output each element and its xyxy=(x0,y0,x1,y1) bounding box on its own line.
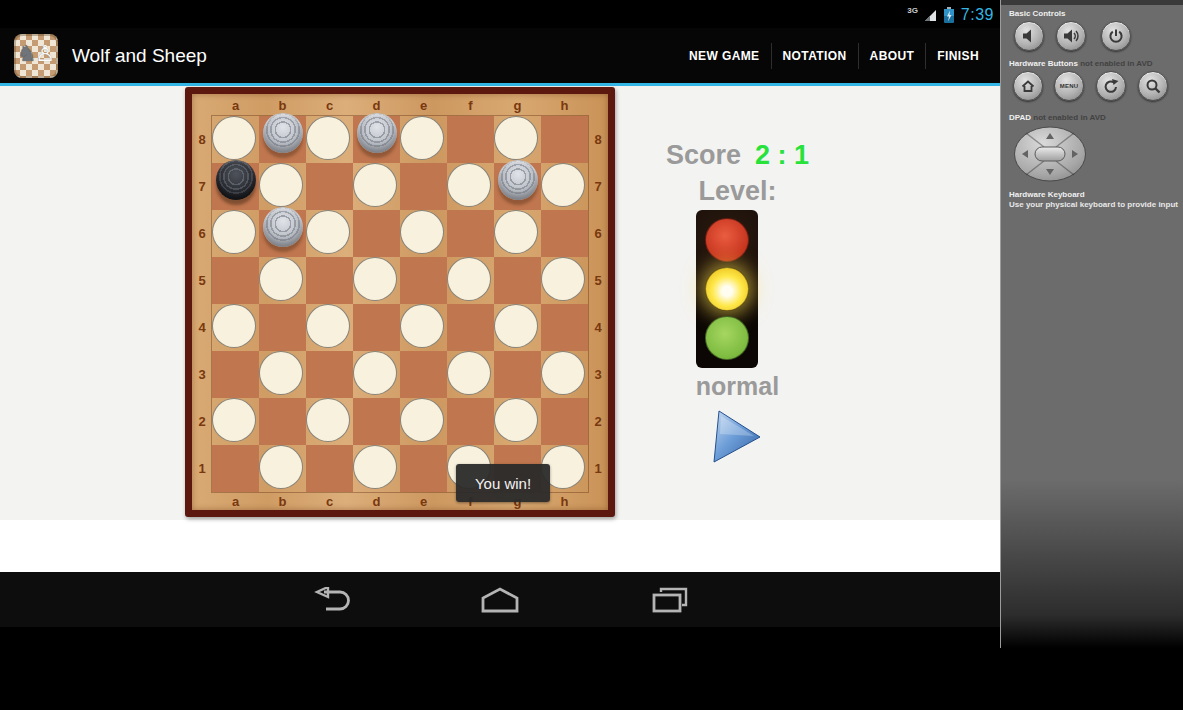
wolf-icon: ♞ xyxy=(17,41,37,67)
hardware-buttons-title: Hardware Buttons not enabled in AVD xyxy=(1009,59,1153,68)
square-f2[interactable] xyxy=(447,398,494,445)
square-f3[interactable] xyxy=(447,351,491,395)
dpad-title: DPAD not enabled in AVD xyxy=(1009,113,1106,122)
traffic-light-yellow-lit xyxy=(705,267,749,311)
rank-labels-left: 87654321 xyxy=(192,116,212,492)
sheep-piece-white[interactable] xyxy=(263,113,303,153)
dpad-note: not enabled in AVD xyxy=(1033,113,1105,122)
rank-label: 7 xyxy=(594,179,601,194)
square-d7[interactable] xyxy=(353,163,397,207)
clock: 7:39 xyxy=(961,6,994,24)
hardware-buttons-note: not enabled in AVD xyxy=(1080,59,1152,68)
toast-message: You win! xyxy=(475,475,531,492)
square-a5[interactable] xyxy=(212,257,259,304)
status-icons: 3G 7:39 xyxy=(907,4,994,26)
hardware-keyboard-note: Use your physical keyboard to provide in… xyxy=(1009,200,1179,210)
square-g2[interactable] xyxy=(494,398,538,442)
square-h7[interactable] xyxy=(541,163,585,207)
wolf-piece-black[interactable] xyxy=(216,160,256,200)
file-label: g xyxy=(494,98,541,113)
file-label: a xyxy=(212,494,259,509)
app-title: Wolf and Sheep xyxy=(72,45,207,67)
network-type-label: 3G xyxy=(907,6,918,15)
level-label: Level: xyxy=(640,176,835,207)
sheep-piece-white[interactable] xyxy=(498,160,538,200)
square-e5[interactable] xyxy=(400,257,447,304)
square-c2[interactable] xyxy=(306,398,350,442)
square-g8[interactable] xyxy=(494,116,538,160)
file-labels-top: abcdefgh xyxy=(212,94,588,116)
square-b6[interactable] xyxy=(259,210,306,257)
toast: You win! xyxy=(456,464,550,502)
square-h2[interactable] xyxy=(541,398,588,445)
rank-label: 5 xyxy=(198,273,205,288)
checkers-board[interactable]: abcdefgh 87654321 87654321 abcdefgh xyxy=(185,87,615,517)
rank-label: 2 xyxy=(594,414,601,429)
rank-label: 2 xyxy=(198,414,205,429)
file-label: e xyxy=(400,494,447,509)
square-h8[interactable] xyxy=(541,116,588,163)
rank-label: 1 xyxy=(594,461,601,476)
emu-home-icon xyxy=(1020,78,1036,94)
emu-home-button[interactable] xyxy=(1013,71,1043,101)
square-c3[interactable] xyxy=(306,351,353,398)
square-b7[interactable] xyxy=(259,163,303,207)
score-value: 2 : 1 xyxy=(755,140,809,170)
rank-label: 6 xyxy=(198,226,205,241)
rank-label: 6 xyxy=(594,226,601,241)
square-e4[interactable] xyxy=(400,304,444,348)
square-f8[interactable] xyxy=(447,116,494,163)
square-c8[interactable] xyxy=(306,116,350,160)
nav-home-button[interactable] xyxy=(465,572,535,627)
content-background-lower xyxy=(0,520,1000,572)
score-label: Score xyxy=(666,140,741,170)
square-e8[interactable] xyxy=(400,116,444,160)
rank-label: 3 xyxy=(198,367,205,382)
square-a2[interactable] xyxy=(212,398,256,442)
rank-label: 1 xyxy=(198,461,205,476)
square-e2[interactable] xyxy=(400,398,444,442)
file-label: a xyxy=(212,98,259,113)
rank-label: 7 xyxy=(198,179,205,194)
square-h3[interactable] xyxy=(541,351,585,395)
traffic-light-red xyxy=(705,218,749,262)
square-d6[interactable] xyxy=(353,210,400,257)
square-b2[interactable] xyxy=(259,398,306,445)
emulator-control-panel: Basic Controls Hardware Buttons not enab… xyxy=(1000,0,1183,648)
power-icon xyxy=(1108,28,1124,44)
volume-up-button[interactable] xyxy=(1056,21,1086,51)
rank-label: 3 xyxy=(594,367,601,382)
square-d1[interactable] xyxy=(353,445,397,489)
play-arrow-button[interactable] xyxy=(712,410,762,464)
rank-labels-right: 87654321 xyxy=(588,116,608,492)
square-d3[interactable] xyxy=(353,351,397,395)
dpad-control[interactable] xyxy=(1013,126,1087,182)
rank-label: 4 xyxy=(594,320,601,335)
rank-label: 8 xyxy=(594,132,601,147)
square-c5[interactable] xyxy=(306,257,353,304)
home-icon xyxy=(479,587,521,613)
square-b3[interactable] xyxy=(259,351,303,395)
square-a4[interactable] xyxy=(212,304,256,348)
signal-strength-icon xyxy=(924,8,937,22)
square-b1[interactable] xyxy=(259,445,303,489)
volume-down-button[interactable] xyxy=(1014,21,1044,51)
square-b8[interactable] xyxy=(259,116,306,163)
file-label: f xyxy=(447,98,494,113)
square-f5[interactable] xyxy=(447,257,491,301)
screenshot-root: 3G 7:39 ♞ ♙ Wolf and Sheep xyxy=(0,0,1183,710)
status-bar: 3G 7:39 xyxy=(0,0,1000,28)
emu-search-button[interactable] xyxy=(1138,71,1168,101)
hardware-buttons-label: Hardware Buttons xyxy=(1009,59,1078,68)
file-label: c xyxy=(306,494,353,509)
square-h6[interactable] xyxy=(541,210,588,257)
emu-search-icon xyxy=(1145,78,1161,94)
nav-recents-button[interactable] xyxy=(635,572,705,627)
emu-back-button[interactable] xyxy=(1096,71,1126,101)
recents-icon xyxy=(649,587,691,613)
square-f4[interactable] xyxy=(447,304,494,351)
file-label: e xyxy=(400,98,447,113)
sheep-piece-white[interactable] xyxy=(357,113,397,153)
hardware-keyboard-label: Hardware Keyboard xyxy=(1009,190,1085,199)
file-label: h xyxy=(541,98,588,113)
level-traffic-light[interactable] xyxy=(696,210,758,368)
volume-up-icon xyxy=(1063,28,1080,44)
action-bar-menu: NEW GAME NOTATION ABOUT FINISH xyxy=(678,28,990,83)
dpad-label: DPAD xyxy=(1009,113,1031,122)
menu-item-about[interactable]: ABOUT xyxy=(859,28,926,83)
rank-label: 5 xyxy=(594,273,601,288)
square-g3[interactable] xyxy=(494,351,541,398)
square-e1[interactable] xyxy=(400,445,447,492)
square-e6[interactable] xyxy=(400,210,444,254)
board-squares xyxy=(212,116,588,492)
file-label: b xyxy=(259,494,306,509)
nav-back-button[interactable] xyxy=(297,572,367,627)
square-b5[interactable] xyxy=(259,257,303,301)
square-e7[interactable] xyxy=(400,163,447,210)
square-g4[interactable] xyxy=(494,304,538,348)
square-a8[interactable] xyxy=(212,116,256,160)
android-screen: 3G 7:39 ♞ ♙ Wolf and Sheep xyxy=(0,0,1000,627)
file-label: d xyxy=(353,98,400,113)
app-icon: ♞ ♙ xyxy=(14,34,58,78)
square-d2[interactable] xyxy=(353,398,400,445)
square-a6[interactable] xyxy=(212,210,256,254)
file-label: c xyxy=(306,98,353,113)
square-f7[interactable] xyxy=(447,163,491,207)
navigation-bar xyxy=(0,572,1000,627)
emu-back-icon xyxy=(1103,78,1119,94)
menu-item-finish[interactable]: FINISH xyxy=(926,28,990,83)
square-h5[interactable] xyxy=(541,257,585,301)
square-a1[interactable] xyxy=(212,445,259,492)
square-c6[interactable] xyxy=(306,210,350,254)
level-name: normal xyxy=(640,372,835,401)
menu-item-notation[interactable]: NOTATION xyxy=(772,28,858,83)
square-f6[interactable] xyxy=(447,210,494,257)
back-icon xyxy=(312,587,352,613)
square-b4[interactable] xyxy=(259,304,306,351)
power-button[interactable] xyxy=(1101,21,1131,51)
square-g7[interactable] xyxy=(494,163,541,210)
square-g6[interactable] xyxy=(494,210,538,254)
square-c1[interactable] xyxy=(306,445,353,492)
square-d8[interactable] xyxy=(353,116,400,163)
rank-label: 4 xyxy=(198,320,205,335)
board-frame: abcdefgh 87654321 87654321 abcdefgh xyxy=(192,94,608,510)
emu-menu-icon: MENU xyxy=(1060,83,1078,89)
battery-charging-icon xyxy=(943,6,955,24)
file-label: b xyxy=(259,98,306,113)
rank-label: 8 xyxy=(198,132,205,147)
square-c4[interactable] xyxy=(306,304,350,348)
action-bar: ♞ ♙ Wolf and Sheep NEW GAME NOTATION ABO… xyxy=(0,28,1000,83)
square-e3[interactable] xyxy=(400,351,447,398)
file-label: d xyxy=(353,494,400,509)
square-h4[interactable] xyxy=(541,304,588,351)
volume-down-icon xyxy=(1021,28,1037,44)
sheep-icon: ♙ xyxy=(35,41,55,67)
traffic-light-green xyxy=(705,316,749,360)
score-row: Score2 : 1 xyxy=(640,140,835,171)
square-d5[interactable] xyxy=(353,257,397,301)
basic-controls-title: Basic Controls xyxy=(1009,9,1065,18)
square-a3[interactable] xyxy=(212,351,259,398)
square-g5[interactable] xyxy=(494,257,541,304)
sheep-piece-white[interactable] xyxy=(263,207,303,247)
square-a7[interactable] xyxy=(212,163,259,210)
square-c7[interactable] xyxy=(306,163,353,210)
square-d4[interactable] xyxy=(353,304,400,351)
menu-item-new-game[interactable]: NEW GAME xyxy=(678,28,771,83)
emu-menu-button[interactable]: MENU xyxy=(1054,71,1084,101)
